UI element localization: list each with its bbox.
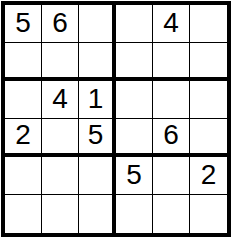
cell-r6c1[interactable]: [5, 195, 42, 233]
cell-r5c5[interactable]: [153, 157, 190, 195]
cell-r1c5[interactable]: 4: [153, 5, 190, 43]
cell-r6c4[interactable]: [116, 195, 153, 233]
given-digit: 1: [88, 85, 104, 113]
cell-r6c3[interactable]: [79, 195, 116, 233]
sudoku-page: 5644125652: [0, 0, 243, 249]
cell-r3c3[interactable]: 1: [79, 81, 116, 119]
sudoku-board: 5644125652: [1, 1, 231, 237]
cell-r6c6[interactable]: [190, 195, 227, 233]
cell-r1c6[interactable]: [190, 5, 227, 43]
cell-r3c6[interactable]: [190, 81, 227, 119]
cell-r5c6[interactable]: 2: [190, 157, 227, 195]
cell-r5c2[interactable]: [42, 157, 79, 195]
cell-r3c5[interactable]: [153, 81, 190, 119]
given-digit: 5: [15, 9, 31, 37]
given-digit: 6: [163, 121, 179, 149]
cell-r5c4[interactable]: 5: [116, 157, 153, 195]
given-digit: 6: [52, 9, 68, 37]
cell-r4c1[interactable]: 2: [5, 119, 42, 157]
cell-r3c4[interactable]: [116, 81, 153, 119]
cell-r1c4[interactable]: [116, 5, 153, 43]
cell-r5c3[interactable]: [79, 157, 116, 195]
cell-r3c1[interactable]: [5, 81, 42, 119]
cell-r3c2[interactable]: 4: [42, 81, 79, 119]
given-digit: 2: [15, 121, 31, 149]
cell-r4c5[interactable]: 6: [153, 119, 190, 157]
cell-r2c4[interactable]: [116, 43, 153, 81]
given-digit: 4: [163, 9, 179, 37]
cell-r6c5[interactable]: [153, 195, 190, 233]
cell-r5c1[interactable]: [5, 157, 42, 195]
cell-r2c2[interactable]: [42, 43, 79, 81]
cell-r1c1[interactable]: 5: [5, 5, 42, 43]
cell-r2c6[interactable]: [190, 43, 227, 81]
cell-r2c5[interactable]: [153, 43, 190, 81]
cell-r1c3[interactable]: [79, 5, 116, 43]
cell-r4c2[interactable]: [42, 119, 79, 157]
cell-r2c3[interactable]: [79, 43, 116, 81]
cell-r4c4[interactable]: [116, 119, 153, 157]
given-digit: 5: [88, 121, 104, 149]
given-digit: 4: [52, 85, 68, 113]
cell-r4c3[interactable]: 5: [79, 119, 116, 157]
cell-r1c2[interactable]: 6: [42, 5, 79, 43]
cell-r4c6[interactable]: [190, 119, 227, 157]
given-digit: 2: [201, 161, 217, 189]
given-digit: 5: [126, 161, 142, 189]
cell-r2c1[interactable]: [5, 43, 42, 81]
cell-r6c2[interactable]: [42, 195, 79, 233]
